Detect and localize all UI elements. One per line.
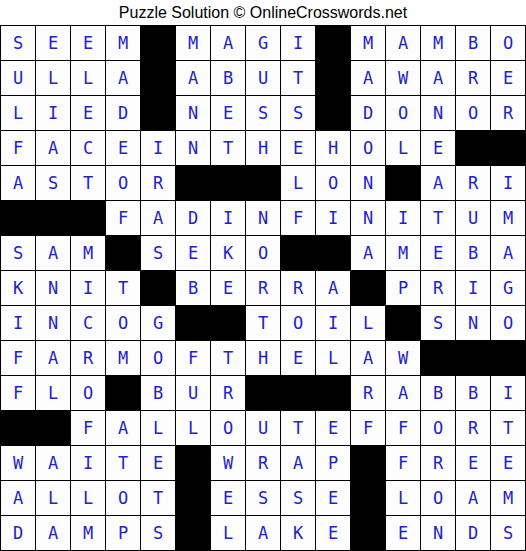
letter-cell: R [421,271,455,305]
letter-cell: F [71,411,105,445]
block-cell [36,201,70,235]
letter-cell: M [106,26,140,60]
letter-cell: O [211,411,245,445]
letter-cell: N [421,96,455,130]
letter-cell: O [491,306,525,340]
letter-cell: U [246,411,280,445]
block-cell [176,306,210,340]
letter-cell: L [36,61,70,95]
letter-cell: E [71,26,105,60]
letter-cell: U [246,61,280,95]
letter-cell: E [421,236,455,270]
block-cell [106,236,140,270]
letter-cell: F [386,411,420,445]
letter-cell: K [281,516,315,550]
letter-cell: E [316,516,350,550]
letter-cell: D [351,96,385,130]
letter-cell: F [1,376,35,410]
block-cell [281,236,315,270]
letter-cell: I [456,271,490,305]
letter-cell: L [211,516,245,550]
letter-cell: O [71,376,105,410]
letter-cell: F [351,411,385,445]
letter-cell: H [246,341,280,375]
letter-cell: E [211,481,245,515]
letter-cell: O [141,341,175,375]
letter-cell: N [176,131,210,165]
letter-cell: T [141,481,175,515]
letter-cell: O [106,166,140,200]
letter-cell: O [281,306,315,340]
letter-cell: N [246,201,280,235]
letter-cell: O [246,236,280,270]
letter-cell: R [456,411,490,445]
block-cell [141,271,175,305]
letter-cell: A [1,481,35,515]
letter-cell: O [491,26,525,60]
letter-cell: T [491,411,525,445]
letter-cell: O [106,306,140,340]
block-cell [316,96,350,130]
letter-cell: M [71,516,105,550]
letter-cell: A [351,236,385,270]
letter-cell: R [351,376,385,410]
letter-cell: N [456,306,490,340]
letter-cell: P [106,516,140,550]
letter-cell: E [316,411,350,445]
letter-cell: D [106,96,140,130]
letter-cell: L [316,341,350,375]
letter-cell: N [36,306,70,340]
letter-cell: R [246,271,280,305]
letter-cell: E [456,446,490,480]
letter-cell: T [106,446,140,480]
block-cell [351,271,385,305]
letter-cell: N [421,516,455,550]
letter-cell: I [211,201,245,235]
letter-cell: E [491,446,525,480]
letter-cell: T [281,411,315,445]
letter-cell: A [316,271,350,305]
letter-cell: R [281,271,315,305]
letter-cell: O [421,411,455,445]
letter-cell: T [106,271,140,305]
letter-cell: S [36,166,70,200]
letter-cell: G [246,26,280,60]
block-cell [176,166,210,200]
letter-cell: U [456,201,490,235]
letter-cell: I [71,446,105,480]
crossword-grid: SEEMMAGIMAMBOULLAABUTAWARELIEDNESSDONORF… [0,25,526,551]
letter-cell: E [211,96,245,130]
block-cell [176,446,210,480]
letter-cell: A [386,376,420,410]
block-cell [141,96,175,130]
letter-cell: A [421,166,455,200]
letter-cell: A [141,201,175,235]
letter-cell: W [386,341,420,375]
letter-cell: F [1,131,35,165]
letter-cell: M [491,481,525,515]
block-cell [176,481,210,515]
letter-cell: R [211,376,245,410]
letter-cell: I [491,166,525,200]
letter-cell: A [36,131,70,165]
letter-cell: E [386,516,420,550]
block-cell [351,446,385,480]
letter-cell: H [246,131,280,165]
letter-cell: W [386,61,420,95]
block-cell [36,411,70,445]
block-cell [71,201,105,235]
letter-cell: I [36,96,70,130]
letter-cell: E [211,271,245,305]
letter-cell: C [71,306,105,340]
letter-cell: C [71,131,105,165]
block-cell [176,516,210,550]
letter-cell: I [71,271,105,305]
letter-cell: A [36,516,70,550]
block-cell [351,516,385,550]
letter-cell: D [1,516,35,550]
letter-cell: A [246,516,280,550]
block-cell [316,376,350,410]
letter-cell: B [141,376,175,410]
letter-cell: E [106,131,140,165]
letter-cell: L [386,481,420,515]
letter-cell: A [1,166,35,200]
letter-cell: M [176,26,210,60]
block-cell [386,306,420,340]
letter-cell: H [316,131,350,165]
letter-cell: O [456,96,490,130]
letter-cell: S [246,96,280,130]
letter-cell: R [71,341,105,375]
letter-cell: B [211,61,245,95]
letter-cell: W [211,446,245,480]
block-cell [386,166,420,200]
letter-cell: R [246,446,280,480]
letter-cell: S [141,516,175,550]
letter-cell: E [281,341,315,375]
letter-cell: O [386,96,420,130]
letter-cell: L [71,481,105,515]
block-cell [141,26,175,60]
block-cell [421,341,455,375]
letter-cell: R [456,61,490,95]
letter-cell: E [281,131,315,165]
letter-cell: L [36,481,70,515]
block-cell [1,201,35,235]
letter-cell: L [281,166,315,200]
letter-cell: A [211,26,245,60]
letter-cell: L [141,411,175,445]
letter-cell: S [141,236,175,270]
letter-cell: M [351,26,385,60]
block-cell [456,131,490,165]
block-cell [211,166,245,200]
letter-cell: T [211,131,245,165]
letter-cell: M [421,26,455,60]
letter-cell: A [36,446,70,480]
letter-cell: L [351,306,385,340]
letter-cell: N [36,271,70,305]
letter-cell: R [456,166,490,200]
block-cell [141,61,175,95]
block-cell [1,411,35,445]
letter-cell: T [211,341,245,375]
letter-cell: S [421,306,455,340]
letter-cell: U [1,61,35,95]
letter-cell: R [491,96,525,130]
letter-cell: S [246,481,280,515]
block-cell [106,376,140,410]
letter-cell: A [36,341,70,375]
letter-cell: A [491,236,525,270]
letter-cell: E [491,61,525,95]
block-cell [211,306,245,340]
letter-cell: T [71,166,105,200]
letter-cell: E [141,446,175,480]
letter-cell: F [1,341,35,375]
block-cell [316,26,350,60]
letter-cell: A [456,481,490,515]
letter-cell: A [176,61,210,95]
letter-cell: T [246,306,280,340]
letter-cell: B [176,271,210,305]
letter-cell: I [316,306,350,340]
letter-cell: L [71,61,105,95]
letter-cell: M [491,201,525,235]
letter-cell: S [1,236,35,270]
letter-cell: B [456,376,490,410]
letter-cell: E [176,236,210,270]
letter-cell: F [106,201,140,235]
letter-cell: P [316,446,350,480]
block-cell [246,166,280,200]
letter-cell: M [106,341,140,375]
block-cell [246,376,280,410]
letter-cell: O [316,166,350,200]
letter-cell: L [386,131,420,165]
letter-cell: E [36,26,70,60]
page-title: Puzzle Solution © OnlineCrosswords.net [0,0,526,25]
letter-cell: S [281,481,315,515]
letter-cell: M [71,236,105,270]
block-cell [351,481,385,515]
letter-cell: N [351,166,385,200]
block-cell [281,376,315,410]
letter-cell: N [176,96,210,130]
letter-cell: S [1,26,35,60]
letter-cell: A [106,61,140,95]
letter-cell: E [71,96,105,130]
letter-cell: S [491,516,525,550]
block-cell [456,341,490,375]
letter-cell: M [386,236,420,270]
letter-cell: A [36,236,70,270]
letter-cell: W [1,446,35,480]
letter-cell: A [106,411,140,445]
letter-cell: E [316,481,350,515]
letter-cell: A [351,341,385,375]
letter-cell: T [281,61,315,95]
letter-cell: I [316,201,350,235]
letter-cell: K [211,236,245,270]
letter-cell: O [421,481,455,515]
letter-cell: G [491,271,525,305]
letter-cell: F [386,446,420,480]
letter-cell: O [351,131,385,165]
block-cell [491,341,525,375]
block-cell [316,236,350,270]
block-cell [316,61,350,95]
letter-cell: K [1,271,35,305]
letter-cell: E [421,131,455,165]
letter-cell: G [141,306,175,340]
letter-cell: O [106,481,140,515]
letter-cell: I [141,131,175,165]
letter-cell: D [456,516,490,550]
block-cell [491,131,525,165]
letter-cell: T [421,201,455,235]
letter-cell: L [176,411,210,445]
letter-cell: S [281,96,315,130]
letter-cell: D [176,201,210,235]
letter-cell: R [421,446,455,480]
letter-cell: I [386,201,420,235]
letter-cell: F [176,341,210,375]
letter-cell: I [1,306,35,340]
letter-cell: P [386,271,420,305]
letter-cell: B [421,376,455,410]
letter-cell: L [36,376,70,410]
letter-cell: B [456,26,490,60]
letter-cell: N [351,201,385,235]
letter-cell: U [176,376,210,410]
letter-cell: F [281,201,315,235]
letter-cell: A [281,446,315,480]
puzzle-solution-page: Puzzle Solution © OnlineCrosswords.net S… [0,0,526,551]
letter-cell: I [281,26,315,60]
letter-cell: A [351,61,385,95]
letter-cell: A [386,26,420,60]
letter-cell: I [491,376,525,410]
letter-cell: A [421,61,455,95]
letter-cell: B [456,236,490,270]
letter-cell: R [141,166,175,200]
letter-cell: L [1,96,35,130]
